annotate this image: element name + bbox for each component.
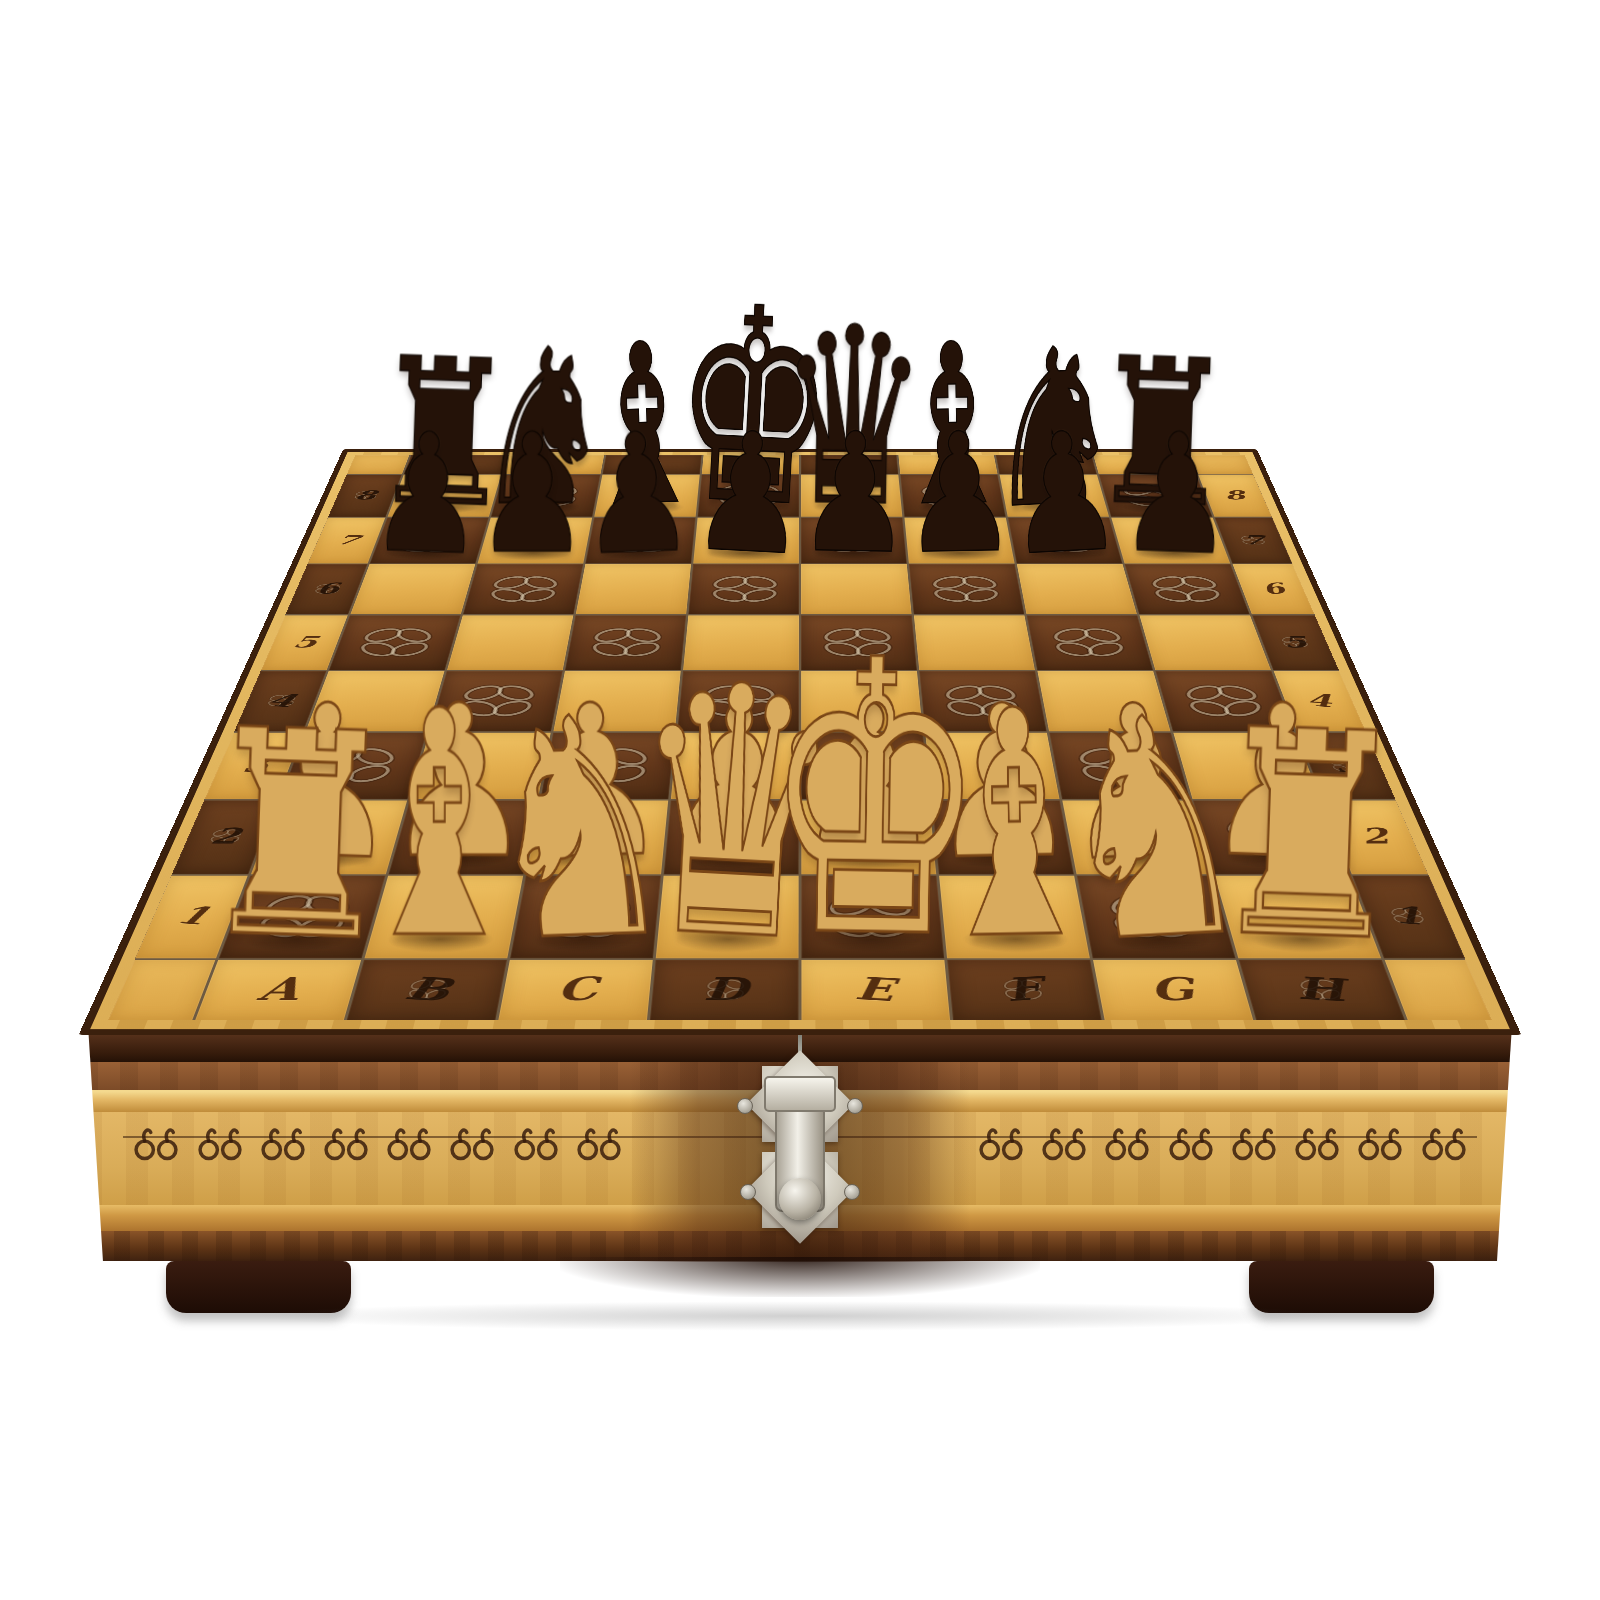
square-b7[interactable]: ♟ bbox=[478, 518, 593, 564]
rank-label: 6 bbox=[1256, 580, 1289, 598]
square-g6[interactable] bbox=[1017, 564, 1137, 614]
square-h7[interactable]: ♟ bbox=[1111, 518, 1230, 564]
piece-black-pawn[interactable]: ♟ bbox=[1003, 408, 1126, 578]
piece-black-pawn[interactable]: ♟ bbox=[367, 409, 488, 577]
square-h1[interactable]: ♜ bbox=[1215, 876, 1382, 958]
file-label: H bbox=[1293, 969, 1349, 1008]
file-label: E bbox=[853, 970, 895, 1009]
square-g7[interactable]: ♟ bbox=[1008, 518, 1123, 564]
square-e1[interactable]: ♚ bbox=[801, 876, 944, 958]
board-corner bbox=[108, 960, 215, 1021]
piece-black-pawn[interactable]: ♟ bbox=[901, 410, 1019, 576]
square-b6[interactable] bbox=[463, 564, 583, 614]
square-d7[interactable]: ♟ bbox=[693, 518, 799, 564]
chess-board: 8♜♞♝♚♛♝♞♜87♟♟♟♟♟♟♟♟7665544332♟♟♟♟♟♟♟♟21♜… bbox=[79, 449, 1522, 1035]
piece-white-rook[interactable]: ♜ bbox=[1202, 692, 1415, 982]
rank-label: 7 bbox=[1241, 532, 1264, 549]
board-scene: 8♜♞♝♚♛♝♞♜87♟♟♟♟♟♟♟♟7665544332♟♟♟♟♟♟♟♟21♜… bbox=[0, 0, 1600, 1600]
file-label-cell-D: D bbox=[650, 960, 799, 1021]
piece-black-pawn[interactable]: ♟ bbox=[1117, 409, 1238, 577]
file-label: C bbox=[557, 970, 598, 1009]
rank-label: 6 bbox=[315, 580, 340, 598]
board-grid: 8♜♞♝♚♛♝♞♜87♟♟♟♟♟♟♟♟7665544332♟♟♟♟♟♟♟♟21♜… bbox=[108, 455, 1492, 1020]
file-label: A bbox=[254, 971, 306, 1008]
file-label-cell-G: G bbox=[1093, 960, 1253, 1021]
piece-black-pawn[interactable]: ♟ bbox=[796, 410, 914, 576]
square-c7[interactable]: ♟ bbox=[585, 518, 695, 564]
file-label: D bbox=[703, 971, 749, 1008]
file-label-cell-F: F bbox=[947, 960, 1101, 1021]
square-a7[interactable]: ♟ bbox=[370, 518, 489, 564]
file-label-cell-A: A bbox=[195, 960, 361, 1021]
file-label-cell-B: B bbox=[347, 960, 507, 1021]
square-a6[interactable] bbox=[350, 564, 475, 614]
piece-black-pawn[interactable]: ♟ bbox=[577, 409, 698, 577]
scene: { "game": "chess", "description": "Handc… bbox=[0, 0, 1600, 1600]
clover-motif bbox=[475, 569, 571, 609]
square-h6[interactable] bbox=[1125, 564, 1250, 614]
square-e7[interactable]: ♟ bbox=[801, 518, 907, 564]
file-label-cell-E: E bbox=[801, 960, 950, 1021]
clover-motif bbox=[1137, 569, 1237, 609]
rank-label: 5 bbox=[290, 633, 321, 652]
piece-black-pawn[interactable]: ♟ bbox=[475, 411, 590, 575]
board-corner bbox=[1385, 960, 1492, 1021]
file-label-cell-C: C bbox=[498, 960, 652, 1021]
file-label: G bbox=[1146, 971, 1198, 1008]
square-c6[interactable] bbox=[576, 564, 691, 614]
piece-black-pawn[interactable]: ♟ bbox=[688, 408, 811, 578]
rank-label: 7 bbox=[332, 532, 363, 549]
square-f7[interactable]: ♟ bbox=[904, 518, 1014, 564]
file-label-cell-H: H bbox=[1239, 960, 1405, 1021]
